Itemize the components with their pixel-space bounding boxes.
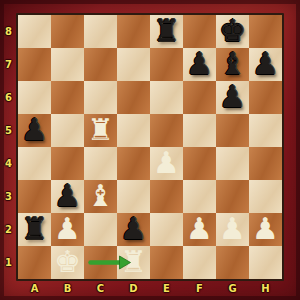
file-label-F: F [196, 283, 203, 294]
white-pawn-b2: ♟ [54, 212, 81, 245]
square-h5[interactable] [249, 114, 282, 147]
square-a7[interactable] [18, 48, 51, 81]
square-d3[interactable] [117, 180, 150, 213]
square-c7[interactable] [84, 48, 117, 81]
square-d8[interactable] [117, 15, 150, 48]
square-f7[interactable]: ♟ [183, 48, 216, 81]
rank-label-3: 3 [5, 191, 12, 202]
square-f1[interactable] [183, 246, 216, 279]
square-c3[interactable]: ♝ [84, 180, 117, 213]
square-e7[interactable] [150, 48, 183, 81]
square-f3[interactable] [183, 180, 216, 213]
file-label-C: C [97, 283, 104, 294]
square-d2[interactable]: ♟ [117, 213, 150, 246]
square-g4[interactable] [216, 147, 249, 180]
square-d6[interactable] [117, 81, 150, 114]
square-b1[interactable]: ♚ [51, 246, 84, 279]
square-b4[interactable] [51, 147, 84, 180]
square-a6[interactable] [18, 81, 51, 114]
square-h7[interactable]: ♟ [249, 48, 282, 81]
square-c1[interactable] [84, 246, 117, 279]
square-h3[interactable] [249, 180, 282, 213]
square-c4[interactable] [84, 147, 117, 180]
square-c8[interactable] [84, 15, 117, 48]
white-bishop-c3: ♝ [87, 179, 114, 212]
square-h6[interactable] [249, 81, 282, 114]
white-pawn-f2: ♟ [186, 212, 213, 245]
square-a3[interactable] [18, 180, 51, 213]
white-pawn-e4: ♟ [153, 146, 180, 179]
file-label-D: D [129, 283, 137, 294]
black-bishop-g7: ♝ [219, 47, 246, 80]
square-h4[interactable] [249, 147, 282, 180]
square-b3[interactable]: ♟ [51, 180, 84, 213]
square-e8[interactable]: ♜ [150, 15, 183, 48]
black-pawn-h7: ♟ [252, 47, 279, 80]
white-rook-d1: ♜ [120, 245, 147, 278]
rank-label-7: 7 [5, 59, 12, 70]
file-labels: ABCDEFGH [18, 279, 282, 298]
rank-label-2: 2 [5, 224, 12, 235]
white-rook-c5: ♜ [87, 113, 114, 146]
square-g5[interactable] [216, 114, 249, 147]
rank-label-5: 5 [5, 125, 12, 136]
square-b8[interactable] [51, 15, 84, 48]
square-e5[interactable] [150, 114, 183, 147]
square-h2[interactable]: ♟ [249, 213, 282, 246]
file-label-B: B [64, 283, 72, 294]
square-g1[interactable] [216, 246, 249, 279]
black-rook-e8: ♜ [153, 14, 180, 47]
square-a8[interactable] [18, 15, 51, 48]
white-king-b1: ♚ [54, 245, 81, 278]
square-e2[interactable] [150, 213, 183, 246]
file-label-A: A [31, 283, 39, 294]
square-e1[interactable] [150, 246, 183, 279]
square-b6[interactable] [51, 81, 84, 114]
black-pawn-a5: ♟ [21, 113, 48, 146]
white-pawn-h2: ♟ [252, 212, 279, 245]
rank-label-6: 6 [5, 92, 12, 103]
square-d7[interactable] [117, 48, 150, 81]
square-a4[interactable] [18, 147, 51, 180]
square-a5[interactable]: ♟ [18, 114, 51, 147]
chess-diagram: ♜♚♟♝♟♟♟♜♟♟♝♜♟♟♟♟♟♚♜ 87654321 ABCDEFGH [0, 0, 300, 300]
square-e6[interactable] [150, 81, 183, 114]
file-label-H: H [261, 283, 269, 294]
square-g7[interactable]: ♝ [216, 48, 249, 81]
square-e3[interactable] [150, 180, 183, 213]
square-c5[interactable]: ♜ [84, 114, 117, 147]
black-pawn-f7: ♟ [186, 47, 213, 80]
square-b2[interactable]: ♟ [51, 213, 84, 246]
black-pawn-g6: ♟ [219, 80, 246, 113]
rank-label-4: 4 [5, 158, 12, 169]
square-b7[interactable] [51, 48, 84, 81]
square-a1[interactable] [18, 246, 51, 279]
rank-label-8: 8 [5, 26, 12, 37]
rank-labels: 87654321 [0, 15, 17, 279]
square-c6[interactable] [84, 81, 117, 114]
square-c2[interactable] [84, 213, 117, 246]
square-f6[interactable] [183, 81, 216, 114]
square-d4[interactable] [117, 147, 150, 180]
square-g2[interactable]: ♟ [216, 213, 249, 246]
square-f5[interactable] [183, 114, 216, 147]
rank-label-1: 1 [5, 257, 12, 268]
black-pawn-b3: ♟ [54, 179, 81, 212]
black-pawn-d2: ♟ [120, 212, 147, 245]
file-label-E: E [163, 283, 170, 294]
white-pawn-g2: ♟ [219, 212, 246, 245]
square-g8[interactable]: ♚ [216, 15, 249, 48]
square-a2[interactable]: ♜ [18, 213, 51, 246]
square-h1[interactable] [249, 246, 282, 279]
square-f2[interactable]: ♟ [183, 213, 216, 246]
square-d1[interactable]: ♜ [117, 246, 150, 279]
square-e4[interactable]: ♟ [150, 147, 183, 180]
square-f8[interactable] [183, 15, 216, 48]
file-label-G: G [228, 283, 236, 294]
square-g3[interactable] [216, 180, 249, 213]
square-d5[interactable] [117, 114, 150, 147]
square-h8[interactable] [249, 15, 282, 48]
black-king-g8: ♚ [219, 14, 246, 47]
chess-board: ♜♚♟♝♟♟♟♜♟♟♝♜♟♟♟♟♟♚♜ [18, 15, 282, 279]
square-f4[interactable] [183, 147, 216, 180]
square-g6[interactable]: ♟ [216, 81, 249, 114]
square-b5[interactable] [51, 114, 84, 147]
black-rook-a2: ♜ [21, 212, 48, 245]
